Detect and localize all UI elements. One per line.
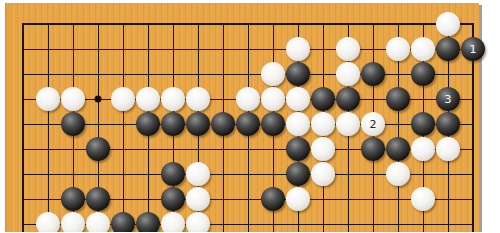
intersection[interactable] — [136, 62, 161, 87]
white-stone — [61, 87, 85, 111]
white-stone — [411, 37, 435, 61]
black-stone — [386, 87, 410, 111]
intersection[interactable] — [261, 12, 286, 37]
intersection[interactable] — [211, 137, 236, 162]
black-stone — [361, 137, 385, 161]
black-stone — [286, 137, 310, 161]
white-stone — [311, 162, 335, 186]
white-stone — [286, 187, 310, 211]
intersection[interactable] — [111, 187, 136, 212]
move-number-label: 2 — [370, 119, 377, 130]
black-stone — [136, 212, 160, 232]
intersection[interactable] — [411, 37, 436, 62]
white-stone — [186, 162, 210, 186]
white-stone — [36, 87, 60, 111]
intersection[interactable] — [386, 162, 411, 187]
intersection[interactable] — [186, 112, 211, 137]
white-stone — [411, 187, 435, 211]
intersection[interactable] — [361, 62, 386, 87]
intersection[interactable] — [311, 187, 336, 212]
intersection[interactable] — [261, 87, 286, 112]
intersection[interactable] — [86, 187, 111, 212]
intersection[interactable] — [336, 137, 361, 162]
intersection[interactable] — [11, 87, 36, 112]
white-stone — [436, 137, 460, 161]
intersection[interactable] — [436, 112, 461, 137]
black-stone — [86, 137, 110, 161]
intersection[interactable] — [461, 187, 486, 212]
intersection[interactable] — [386, 37, 411, 62]
intersection[interactable] — [61, 37, 86, 62]
intersection[interactable] — [386, 87, 411, 112]
intersection[interactable] — [111, 212, 136, 233]
intersection[interactable] — [311, 37, 336, 62]
intersection[interactable] — [436, 137, 461, 162]
intersection[interactable]: 3 — [436, 87, 461, 112]
move-number-label: 3 — [445, 94, 452, 105]
intersection[interactable] — [61, 187, 86, 212]
intersection[interactable] — [161, 87, 186, 112]
intersection[interactable] — [136, 37, 161, 62]
white-stone — [261, 87, 285, 111]
intersection[interactable] — [211, 187, 236, 212]
black-stone — [286, 162, 310, 186]
intersection[interactable] — [186, 87, 211, 112]
white-stone — [136, 87, 160, 111]
intersection[interactable] — [261, 62, 286, 87]
intersection[interactable] — [461, 212, 486, 233]
intersection[interactable] — [286, 187, 311, 212]
white-stone — [161, 212, 185, 232]
intersection[interactable] — [411, 62, 436, 87]
intersection[interactable] — [461, 112, 486, 137]
black-stone: 1 — [461, 37, 485, 61]
intersection[interactable] — [336, 212, 361, 233]
intersection[interactable] — [361, 137, 386, 162]
intersection[interactable] — [36, 212, 61, 233]
intersection[interactable] — [211, 37, 236, 62]
intersection[interactable] — [211, 12, 236, 37]
intersection[interactable] — [161, 12, 186, 37]
intersection[interactable] — [186, 12, 211, 37]
intersection[interactable] — [411, 137, 436, 162]
intersection[interactable] — [411, 112, 436, 137]
intersection[interactable] — [61, 87, 86, 112]
intersection[interactable] — [136, 137, 161, 162]
black-stone — [286, 62, 310, 86]
black-stone — [336, 87, 360, 111]
white-stone — [236, 87, 260, 111]
white-stone — [36, 212, 60, 232]
intersection[interactable] — [236, 187, 261, 212]
intersection[interactable] — [111, 62, 136, 87]
intersection[interactable] — [311, 62, 336, 87]
intersection[interactable] — [61, 62, 86, 87]
intersection[interactable] — [336, 187, 361, 212]
intersection[interactable] — [161, 162, 186, 187]
intersection[interactable] — [161, 187, 186, 212]
intersection[interactable] — [336, 12, 361, 37]
intersection[interactable] — [136, 112, 161, 137]
black-stone — [261, 112, 285, 136]
intersection[interactable] — [386, 112, 411, 137]
black-stone — [61, 112, 85, 136]
intersection[interactable] — [361, 37, 386, 62]
intersection[interactable] — [286, 62, 311, 87]
intersection[interactable] — [311, 137, 336, 162]
white-stone — [111, 87, 135, 111]
intersection[interactable] — [386, 137, 411, 162]
intersection[interactable] — [136, 162, 161, 187]
intersection[interactable] — [361, 87, 386, 112]
intersection[interactable] — [86, 137, 111, 162]
black-stone — [136, 112, 160, 136]
intersection[interactable] — [86, 37, 111, 62]
black-stone — [211, 112, 235, 136]
black-stone — [311, 87, 335, 111]
intersection[interactable] — [161, 62, 186, 87]
black-stone — [411, 62, 435, 86]
white-stone — [61, 212, 85, 232]
intersection[interactable] — [311, 87, 336, 112]
intersection[interactable] — [311, 212, 336, 233]
intersection[interactable] — [236, 37, 261, 62]
intersection[interactable] — [11, 137, 36, 162]
white-stone — [186, 212, 210, 232]
intersection[interactable] — [36, 187, 61, 212]
intersection[interactable] — [111, 112, 136, 137]
intersection[interactable] — [286, 12, 311, 37]
intersection[interactable] — [211, 87, 236, 112]
intersection[interactable] — [11, 37, 36, 62]
intersection[interactable] — [311, 112, 336, 137]
black-stone — [161, 162, 185, 186]
white-stone — [386, 162, 410, 186]
black-stone — [186, 112, 210, 136]
intersection[interactable] — [261, 137, 286, 162]
intersection[interactable] — [236, 162, 261, 187]
intersection[interactable] — [461, 87, 486, 112]
white-stone — [161, 87, 185, 111]
intersection[interactable] — [361, 212, 386, 233]
intersection[interactable] — [286, 37, 311, 62]
intersection[interactable] — [236, 62, 261, 87]
intersection[interactable] — [411, 162, 436, 187]
intersection[interactable] — [436, 162, 461, 187]
black-stone — [361, 62, 385, 86]
intersection[interactable] — [236, 137, 261, 162]
intersection[interactable] — [36, 87, 61, 112]
intersection[interactable] — [36, 37, 61, 62]
intersection[interactable] — [11, 62, 36, 87]
intersection[interactable] — [36, 162, 61, 187]
intersection[interactable] — [136, 212, 161, 233]
intersection[interactable] — [36, 137, 61, 162]
intersection[interactable] — [286, 87, 311, 112]
intersection[interactable] — [61, 12, 86, 37]
white-stone: 2 — [361, 112, 385, 136]
intersection[interactable] — [211, 162, 236, 187]
black-stone — [386, 137, 410, 161]
intersection[interactable] — [61, 112, 86, 137]
intersection[interactable] — [236, 112, 261, 137]
intersection[interactable] — [61, 137, 86, 162]
intersection[interactable] — [36, 62, 61, 87]
white-stone — [336, 62, 360, 86]
white-stone — [436, 12, 460, 36]
intersection[interactable] — [336, 112, 361, 137]
black-stone — [111, 212, 135, 232]
white-stone — [186, 187, 210, 211]
intersection[interactable] — [161, 137, 186, 162]
intersection[interactable] — [361, 187, 386, 212]
black-stone — [161, 112, 185, 136]
white-stone — [286, 37, 310, 61]
intersection[interactable] — [436, 187, 461, 212]
intersection[interactable] — [361, 162, 386, 187]
intersection[interactable] — [261, 187, 286, 212]
white-stone — [411, 137, 435, 161]
white-stone — [286, 87, 310, 111]
intersection[interactable] — [461, 162, 486, 187]
black-stone — [411, 112, 435, 136]
white-stone — [336, 112, 360, 136]
intersection[interactable] — [336, 162, 361, 187]
intersection[interactable] — [86, 162, 111, 187]
intersection[interactable] — [461, 62, 486, 87]
intersection[interactable] — [186, 37, 211, 62]
intersection[interactable] — [136, 87, 161, 112]
white-stone — [336, 37, 360, 61]
intersection[interactable] — [136, 187, 161, 212]
intersection[interactable] — [11, 187, 36, 212]
stones-grid: 132 — [11, 12, 486, 233]
move-number-label: 1 — [470, 44, 477, 55]
intersection[interactable] — [286, 137, 311, 162]
intersection[interactable] — [11, 212, 36, 233]
intersection[interactable] — [436, 37, 461, 62]
intersection[interactable] — [461, 137, 486, 162]
black-stone — [261, 187, 285, 211]
intersection[interactable] — [36, 12, 61, 37]
intersection[interactable]: 1 — [461, 37, 486, 62]
intersection[interactable] — [336, 62, 361, 87]
intersection[interactable] — [261, 37, 286, 62]
white-stone — [186, 87, 210, 111]
go-app-screenshot: 132 — [0, 0, 500, 232]
intersection[interactable] — [186, 212, 211, 233]
black-stone — [236, 112, 260, 136]
intersection[interactable] — [161, 212, 186, 233]
intersection[interactable] — [186, 162, 211, 187]
intersection[interactable] — [261, 212, 286, 233]
intersection[interactable] — [11, 112, 36, 137]
black-stone — [436, 112, 460, 136]
white-stone — [86, 212, 110, 232]
intersection[interactable]: 2 — [361, 112, 386, 137]
intersection[interactable] — [186, 187, 211, 212]
intersection[interactable] — [261, 112, 286, 137]
intersection[interactable] — [261, 162, 286, 187]
intersection[interactable] — [161, 112, 186, 137]
intersection[interactable] — [211, 112, 236, 137]
intersection[interactable] — [236, 87, 261, 112]
go-board: 132 — [5, 3, 479, 232]
intersection[interactable] — [11, 162, 36, 187]
intersection[interactable] — [411, 187, 436, 212]
intersection[interactable] — [386, 212, 411, 233]
intersection[interactable] — [386, 187, 411, 212]
intersection[interactable] — [311, 12, 336, 37]
intersection[interactable] — [111, 162, 136, 187]
black-stone — [161, 187, 185, 211]
intersection[interactable] — [336, 87, 361, 112]
intersection[interactable] — [311, 162, 336, 187]
intersection[interactable] — [436, 62, 461, 87]
intersection[interactable] — [161, 37, 186, 62]
intersection[interactable] — [361, 12, 386, 37]
intersection[interactable] — [211, 212, 236, 233]
intersection[interactable] — [86, 12, 111, 37]
intersection[interactable] — [386, 62, 411, 87]
intersection[interactable] — [111, 37, 136, 62]
intersection[interactable] — [336, 37, 361, 62]
intersection[interactable] — [236, 12, 261, 37]
intersection[interactable] — [111, 12, 136, 37]
intersection[interactable] — [86, 87, 111, 112]
intersection[interactable] — [111, 137, 136, 162]
intersection[interactable] — [436, 12, 461, 37]
intersection[interactable] — [61, 162, 86, 187]
white-stone — [386, 37, 410, 61]
intersection[interactable] — [86, 112, 111, 137]
intersection[interactable] — [11, 12, 36, 37]
white-stone — [311, 137, 335, 161]
intersection[interactable] — [436, 212, 461, 233]
intersection[interactable] — [136, 12, 161, 37]
intersection[interactable] — [386, 12, 411, 37]
intersection[interactable] — [61, 212, 86, 233]
white-stone — [286, 112, 310, 136]
black-stone: 3 — [436, 87, 460, 111]
intersection[interactable] — [411, 212, 436, 233]
intersection[interactable] — [36, 112, 61, 137]
intersection[interactable] — [186, 62, 211, 87]
intersection[interactable] — [186, 137, 211, 162]
intersection[interactable] — [236, 212, 261, 233]
intersection[interactable] — [286, 162, 311, 187]
white-stone — [311, 112, 335, 136]
intersection[interactable] — [286, 212, 311, 233]
white-stone — [261, 62, 285, 86]
intersection[interactable] — [86, 62, 111, 87]
intersection[interactable] — [411, 87, 436, 112]
intersection[interactable] — [411, 12, 436, 37]
intersection[interactable] — [111, 87, 136, 112]
intersection[interactable] — [286, 112, 311, 137]
black-stone — [61, 187, 85, 211]
intersection[interactable] — [86, 212, 111, 233]
black-stone — [436, 37, 460, 61]
intersection[interactable] — [461, 12, 486, 37]
black-stone — [86, 187, 110, 211]
intersection[interactable] — [211, 62, 236, 87]
